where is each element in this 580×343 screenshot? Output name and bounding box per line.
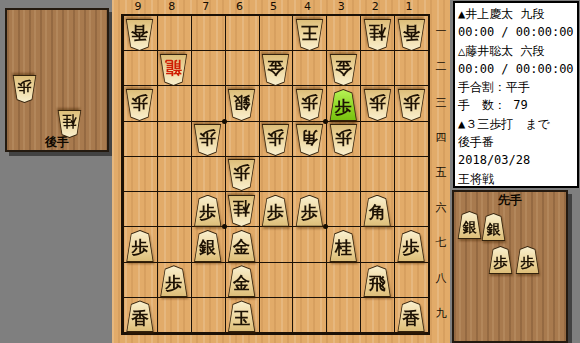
board-cell[interactable] (123, 122, 157, 157)
piece-pawn[interactable]: 歩 (329, 89, 358, 121)
piece-kanji: 歩 (233, 165, 250, 182)
piece-kanji: 銀 (199, 239, 216, 256)
piece-silver[interactable]: 銀 (227, 89, 256, 121)
piece-knight[interactable]: 桂 (57, 110, 82, 138)
piece-pawn[interactable]: 歩 (261, 195, 290, 227)
piece-bishop[interactable]: 角 (295, 124, 324, 156)
game-info-panel: ▲井上慶太 九段00:00 / 00:00:00△藤井聡太 六段00:00 / … (453, 1, 579, 188)
piece-kanji: 香 (403, 24, 420, 41)
rank-label: 四 (433, 120, 449, 155)
piece-pawn[interactable]: 歩 (261, 124, 290, 156)
file-label: 1 (392, 0, 426, 13)
board-cell[interactable] (292, 157, 326, 192)
board-cell[interactable] (360, 51, 394, 86)
piece-pawn[interactable]: 歩 (159, 265, 188, 297)
piece-kanji: 歩 (403, 95, 420, 112)
piece-king[interactable]: 玉 (227, 300, 256, 332)
piece-pawn[interactable]: 歩 (488, 246, 513, 274)
piece-kanji: 歩 (199, 130, 216, 147)
board-cell[interactable] (123, 157, 157, 192)
piece-kanji: 金 (335, 59, 352, 76)
board-cell[interactable] (191, 51, 225, 86)
rank-label: 二 (433, 49, 449, 84)
board-cell[interactable] (394, 122, 428, 157)
file-label: 8 (155, 0, 189, 13)
board-cell[interactable] (157, 16, 191, 51)
piece-kanji: 桂 (369, 24, 386, 41)
info-line: 後手番 (458, 133, 575, 151)
piece-kanji: 金 (267, 59, 284, 76)
piece-pawn[interactable]: 歩 (227, 159, 256, 191)
piece-face: 歩 (330, 90, 357, 120)
piece-kanji: 金 (233, 239, 250, 256)
board-cell[interactable] (259, 157, 293, 192)
piece-lance[interactable]: 香 (125, 300, 154, 332)
board-cell[interactable] (360, 157, 394, 192)
board-cell[interactable] (259, 16, 293, 51)
piece-lance[interactable]: 香 (125, 19, 154, 51)
shogi-app: 後手 歩桂 987654321香王桂香龍金金歩銀歩歩歩歩歩歩角歩歩歩桂歩歩角歩銀… (0, 0, 580, 343)
info-line: △藤井聡太 六段 (458, 42, 575, 60)
piece-face: 歩 (296, 90, 323, 120)
board-cell[interactable] (123, 51, 157, 86)
piece-face: 歩 (489, 247, 512, 273)
piece-kanji: 香 (403, 310, 420, 327)
board-cell[interactable] (326, 298, 360, 333)
board-cell[interactable] (225, 51, 259, 86)
info-line: 王将戦 (458, 170, 575, 188)
board-cell[interactable] (259, 298, 293, 333)
piece-face: 香 (398, 301, 425, 331)
piece-kanji: 桂 (63, 116, 77, 130)
info-line: ▲井上慶太 九段 (458, 5, 575, 23)
piece-knight[interactable]: 桂 (363, 19, 392, 51)
board-cell[interactable] (292, 263, 326, 298)
piece-kanji: 銀 (463, 220, 477, 234)
rank-label: 三 (433, 84, 449, 119)
piece-pawn[interactable]: 歩 (125, 230, 154, 262)
piece-gold[interactable]: 金 (227, 265, 256, 297)
piece-face: 歩 (398, 231, 425, 261)
piece-kanji: 飛 (369, 275, 386, 292)
piece-king[interactable]: 王 (295, 19, 324, 51)
board-cell[interactable] (292, 298, 326, 333)
piece-kanji: 龍 (165, 59, 182, 76)
board-cell[interactable] (191, 86, 225, 121)
piece-silver[interactable]: 銀 (457, 211, 482, 239)
sente-tray-label: 先手 (454, 193, 566, 207)
piece-pawn[interactable]: 歩 (295, 195, 324, 227)
piece-kanji: 歩 (18, 81, 32, 95)
piece-knight[interactable]: 桂 (329, 230, 358, 262)
piece-face: 歩 (262, 196, 289, 226)
board-cell[interactable] (360, 227, 394, 262)
piece-gold[interactable]: 金 (227, 230, 256, 262)
board-cell[interactable] (292, 51, 326, 86)
board-cell[interactable] (326, 16, 360, 51)
board-cell[interactable] (326, 263, 360, 298)
file-label: 5 (257, 0, 291, 13)
piece-kanji: 歩 (267, 130, 284, 147)
piece-kanji: 桂 (233, 200, 250, 217)
piece-pawn[interactable]: 歩 (397, 230, 426, 262)
piece-face: 桂 (58, 111, 81, 137)
piece-face: 金 (228, 266, 255, 296)
piece-face: 香 (126, 301, 153, 331)
piece-kanji: 歩 (369, 95, 386, 112)
piece-kanji: 歩 (335, 130, 352, 147)
rank-label: 六 (433, 190, 449, 225)
piece-face: 歩 (160, 266, 187, 296)
rank-label: 八 (433, 261, 449, 296)
piece-pawn[interactable]: 歩 (363, 89, 392, 121)
file-label: 9 (121, 0, 155, 13)
piece-kanji: 歩 (131, 239, 148, 256)
file-label: 2 (358, 0, 392, 13)
board-cell[interactable] (360, 298, 394, 333)
piece-kanji: 角 (301, 130, 318, 147)
piece-kanji: 角 (369, 204, 386, 221)
piece-rook[interactable]: 飛 (363, 265, 392, 297)
board-cell[interactable] (157, 227, 191, 262)
piece-silver[interactable]: 銀 (193, 230, 222, 262)
piece-kanji: 歩 (131, 95, 148, 112)
sente-captured-tray: 先手 銀銀歩歩 (452, 190, 568, 343)
board-cell[interactable] (394, 157, 428, 192)
piece-face: 歩 (516, 247, 539, 273)
piece-kanji: 歩 (335, 99, 352, 116)
piece-promoted-rook[interactable]: 龍 (159, 54, 188, 86)
piece-face: 銀 (458, 212, 481, 238)
board-cell[interactable] (157, 86, 191, 121)
board-cell[interactable] (326, 192, 360, 227)
piece-face: 歩 (126, 231, 153, 261)
board-cell[interactable] (191, 263, 225, 298)
board-cell[interactable] (157, 298, 191, 333)
piece-face: 銀 (228, 90, 255, 120)
piece-face: 歩 (194, 196, 221, 226)
board-cell[interactable] (326, 157, 360, 192)
piece-face: 玉 (228, 301, 255, 331)
piece-silver[interactable]: 銀 (481, 213, 506, 241)
piece-pawn[interactable]: 歩 (193, 124, 222, 156)
file-label: 3 (324, 0, 358, 13)
info-line: ▲３三歩打 まで (458, 115, 575, 133)
board-cell[interactable] (259, 263, 293, 298)
file-label: 7 (189, 0, 223, 13)
board-cell[interactable] (259, 227, 293, 262)
board-cell[interactable] (191, 298, 225, 333)
board-cell[interactable] (191, 157, 225, 192)
board-cell[interactable] (259, 86, 293, 121)
board-cell[interactable] (123, 192, 157, 227)
piece-face: 金 (262, 55, 289, 85)
piece-face: 歩 (262, 125, 289, 155)
info-line: 00:00 / 00:00:00 (458, 60, 575, 78)
piece-gold[interactable]: 金 (329, 54, 358, 86)
star-point (222, 119, 227, 124)
rank-label: 五 (433, 155, 449, 190)
piece-pawn[interactable]: 歩 (12, 75, 37, 103)
piece-kanji: 王 (301, 24, 318, 41)
piece-face: 銀 (482, 214, 505, 240)
piece-kanji: 歩 (199, 204, 216, 221)
piece-pawn[interactable]: 歩 (295, 89, 324, 121)
piece-kanji: 歩 (403, 239, 420, 256)
rank-label: 一 (433, 14, 449, 49)
piece-face: 桂 (330, 231, 357, 261)
piece-kanji: 桂 (335, 239, 352, 256)
piece-face: 角 (296, 125, 323, 155)
file-label: 6 (223, 0, 257, 13)
piece-pawn[interactable]: 歩 (329, 124, 358, 156)
piece-kanji: 香 (131, 310, 148, 327)
piece-kanji: 金 (233, 275, 250, 292)
info-line: 2018/03/28 (458, 151, 575, 169)
piece-kanji: 歩 (301, 95, 318, 112)
piece-kanji: 銀 (233, 95, 250, 112)
info-line: 手合割：平手 (458, 78, 575, 96)
board-cell[interactable] (394, 192, 428, 227)
piece-face: 角 (364, 196, 391, 226)
board-cell[interactable] (157, 192, 191, 227)
board-cell[interactable] (394, 263, 428, 298)
piece-face: 歩 (13, 76, 36, 102)
shogi-board-panel: 987654321香王桂香龍金金歩銀歩歩歩歩歩歩角歩歩歩桂歩歩角歩銀金桂歩歩金飛… (112, 0, 450, 343)
piece-kanji: 歩 (301, 204, 318, 221)
gote-captured-tray: 後手 歩桂 (5, 8, 109, 152)
rank-label: 九 (433, 296, 449, 331)
piece-pawn[interactable]: 歩 (125, 89, 154, 121)
piece-pawn[interactable]: 歩 (193, 195, 222, 227)
piece-kanji: 玉 (233, 310, 250, 327)
piece-knight[interactable]: 桂 (227, 195, 256, 227)
file-label: 4 (290, 0, 324, 13)
piece-face: 飛 (364, 266, 391, 296)
board-cell[interactable] (225, 16, 259, 51)
board-cell[interactable] (157, 157, 191, 192)
piece-face: 金 (228, 231, 255, 261)
board-cell[interactable] (394, 51, 428, 86)
piece-face: 歩 (228, 160, 255, 190)
piece-pawn[interactable]: 歩 (397, 89, 426, 121)
piece-kanji: 香 (131, 24, 148, 41)
board-cell[interactable] (360, 122, 394, 157)
info-line: 手 数： 79 (458, 96, 575, 114)
piece-face: 銀 (194, 231, 221, 261)
piece-bishop[interactable]: 角 (363, 195, 392, 227)
piece-kanji: 銀 (487, 222, 501, 236)
piece-kanji: 歩 (521, 255, 535, 269)
rank-label: 七 (433, 225, 449, 260)
piece-gold[interactable]: 金 (261, 54, 290, 86)
board-cell[interactable] (123, 263, 157, 298)
board-cell[interactable] (225, 122, 259, 157)
info-line: 00:00 / 00:00:00 (458, 23, 575, 41)
piece-face: 歩 (296, 196, 323, 226)
piece-kanji: 歩 (165, 275, 182, 292)
piece-lance[interactable]: 香 (397, 19, 426, 51)
piece-kanji: 歩 (494, 255, 508, 269)
piece-kanji: 歩 (267, 204, 284, 221)
board-cell[interactable] (292, 227, 326, 262)
piece-pawn[interactable]: 歩 (515, 246, 540, 274)
piece-lance[interactable]: 香 (397, 300, 426, 332)
board-cell[interactable] (191, 16, 225, 51)
board-cell[interactable] (157, 122, 191, 157)
